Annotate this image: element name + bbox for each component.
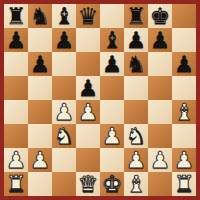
black-king-g8[interactable]: ♚ — [150, 4, 171, 28]
square-f1[interactable]: ♝ — [124, 172, 148, 196]
board-grid: ♜♞♝♛♜♚♟♟♝♟♟♟♟♞♟♟♟♟♝♞♟♞♟♟♟♟♟♜♛♚♝♜ — [4, 4, 196, 196]
square-b8[interactable]: ♞ — [28, 4, 52, 28]
square-g4[interactable] — [148, 100, 172, 124]
square-h3[interactable] — [172, 124, 196, 148]
black-knight-f6[interactable]: ♞ — [126, 52, 147, 76]
black-pawn-b6[interactable]: ♟ — [30, 52, 51, 76]
square-a5[interactable] — [4, 76, 28, 100]
white-knight-f3[interactable]: ♞ — [126, 124, 147, 148]
square-e1[interactable]: ♚ — [100, 172, 124, 196]
square-d3[interactable] — [76, 124, 100, 148]
square-d8[interactable]: ♛ — [76, 4, 100, 28]
square-g7[interactable]: ♟ — [148, 28, 172, 52]
square-f3[interactable]: ♞ — [124, 124, 148, 148]
square-e4[interactable] — [100, 100, 124, 124]
white-pawn-h2[interactable]: ♟ — [174, 148, 195, 172]
square-f2[interactable]: ♟ — [124, 148, 148, 172]
white-king-e1[interactable]: ♚ — [102, 172, 123, 196]
square-a6[interactable] — [4, 52, 28, 76]
black-bishop-c8[interactable]: ♝ — [54, 4, 75, 28]
black-pawn-a7[interactable]: ♟ — [6, 28, 27, 52]
square-g8[interactable]: ♚ — [148, 4, 172, 28]
white-pawn-e3[interactable]: ♟ — [102, 124, 123, 148]
white-knight-c3[interactable]: ♞ — [54, 124, 75, 148]
square-c8[interactable]: ♝ — [52, 4, 76, 28]
square-a4[interactable] — [4, 100, 28, 124]
square-g6[interactable] — [148, 52, 172, 76]
white-pawn-c4[interactable]: ♟ — [54, 100, 75, 124]
square-b3[interactable] — [28, 124, 52, 148]
square-f7[interactable]: ♟ — [124, 28, 148, 52]
square-e2[interactable] — [100, 148, 124, 172]
square-e3[interactable]: ♟ — [100, 124, 124, 148]
square-f8[interactable]: ♜ — [124, 4, 148, 28]
white-bishop-f1[interactable]: ♝ — [126, 172, 147, 196]
square-d5[interactable]: ♟ — [76, 76, 100, 100]
square-b7[interactable] — [28, 28, 52, 52]
square-h7[interactable] — [172, 28, 196, 52]
square-e6[interactable]: ♟ — [100, 52, 124, 76]
square-c3[interactable]: ♞ — [52, 124, 76, 148]
black-pawn-h6[interactable]: ♟ — [174, 52, 195, 76]
white-pawn-a2[interactable]: ♟ — [6, 148, 27, 172]
square-b1[interactable] — [28, 172, 52, 196]
black-pawn-g7[interactable]: ♟ — [150, 28, 171, 52]
white-pawn-f2[interactable]: ♟ — [126, 148, 147, 172]
square-d1[interactable]: ♛ — [76, 172, 100, 196]
square-f6[interactable]: ♞ — [124, 52, 148, 76]
black-queen-d8[interactable]: ♛ — [78, 4, 99, 28]
black-knight-b8[interactable]: ♞ — [30, 4, 51, 28]
square-b6[interactable]: ♟ — [28, 52, 52, 76]
square-f4[interactable] — [124, 100, 148, 124]
square-b2[interactable]: ♟ — [28, 148, 52, 172]
black-bishop-e7[interactable]: ♝ — [102, 28, 123, 52]
square-h4[interactable]: ♝ — [172, 100, 196, 124]
square-d7[interactable] — [76, 28, 100, 52]
square-g2[interactable]: ♟ — [148, 148, 172, 172]
black-rook-f8[interactable]: ♜ — [126, 4, 147, 28]
chess-board: ♜♞♝♛♜♚♟♟♝♟♟♟♟♞♟♟♟♟♝♞♟♞♟♟♟♟♟♜♛♚♝♜ — [0, 0, 200, 200]
square-c1[interactable] — [52, 172, 76, 196]
black-pawn-e6[interactable]: ♟ — [102, 52, 123, 76]
square-c6[interactable] — [52, 52, 76, 76]
square-a1[interactable]: ♜ — [4, 172, 28, 196]
square-c5[interactable] — [52, 76, 76, 100]
square-c4[interactable]: ♟ — [52, 100, 76, 124]
white-pawn-d4[interactable]: ♟ — [78, 100, 99, 124]
square-g1[interactable] — [148, 172, 172, 196]
white-rook-h1[interactable]: ♜ — [174, 172, 195, 196]
black-rook-a8[interactable]: ♜ — [6, 4, 27, 28]
white-bishop-h4[interactable]: ♝ — [174, 100, 195, 124]
white-pawn-g2[interactable]: ♟ — [150, 148, 171, 172]
square-d6[interactable] — [76, 52, 100, 76]
black-pawn-d5[interactable]: ♟ — [78, 76, 99, 100]
square-c7[interactable]: ♟ — [52, 28, 76, 52]
square-b4[interactable] — [28, 100, 52, 124]
white-queen-d1[interactable]: ♛ — [78, 172, 99, 196]
square-b5[interactable] — [28, 76, 52, 100]
square-f5[interactable] — [124, 76, 148, 100]
square-a7[interactable]: ♟ — [4, 28, 28, 52]
square-e5[interactable] — [100, 76, 124, 100]
black-pawn-f7[interactable]: ♟ — [126, 28, 147, 52]
square-h1[interactable]: ♜ — [172, 172, 196, 196]
square-h8[interactable] — [172, 4, 196, 28]
square-a2[interactable]: ♟ — [4, 148, 28, 172]
square-g3[interactable] — [148, 124, 172, 148]
square-e7[interactable]: ♝ — [100, 28, 124, 52]
square-h5[interactable] — [172, 76, 196, 100]
square-d2[interactable] — [76, 148, 100, 172]
square-h2[interactable]: ♟ — [172, 148, 196, 172]
black-pawn-c7[interactable]: ♟ — [54, 28, 75, 52]
square-h6[interactable]: ♟ — [172, 52, 196, 76]
square-e8[interactable] — [100, 4, 124, 28]
square-a8[interactable]: ♜ — [4, 4, 28, 28]
white-rook-a1[interactable]: ♜ — [6, 172, 27, 196]
square-g5[interactable] — [148, 76, 172, 100]
square-c2[interactable] — [52, 148, 76, 172]
square-a3[interactable] — [4, 124, 28, 148]
white-pawn-b2[interactable]: ♟ — [30, 148, 51, 172]
square-d4[interactable]: ♟ — [76, 100, 100, 124]
